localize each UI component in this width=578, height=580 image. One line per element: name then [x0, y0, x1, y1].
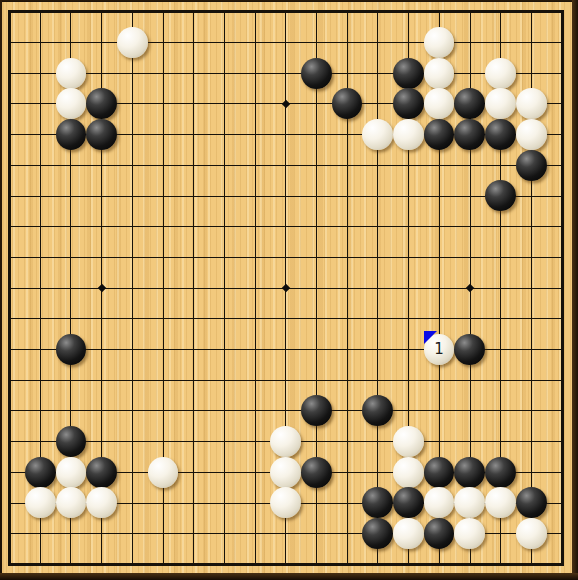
white-stone — [56, 58, 87, 89]
white-stone — [270, 426, 301, 457]
intersection-3-3[interactable] — [86, 89, 117, 120]
white-stone — [516, 119, 547, 150]
intersection-16-16[interactable] — [485, 487, 516, 518]
black-stone — [454, 119, 485, 150]
white-stone — [270, 487, 301, 518]
black-stone — [301, 395, 332, 426]
intersection-14-4[interactable] — [424, 119, 455, 150]
intersection-5-15[interactable] — [148, 457, 179, 488]
intersection-16-4[interactable] — [485, 119, 516, 150]
white-stone — [454, 487, 485, 518]
white-stone — [393, 457, 424, 488]
intersection-3-16[interactable] — [86, 487, 117, 518]
white-stone — [485, 487, 516, 518]
black-stone — [454, 457, 485, 488]
intersection-17-4[interactable] — [516, 119, 547, 150]
black-stone — [25, 457, 56, 488]
black-stone — [86, 88, 117, 119]
white-stone — [485, 88, 516, 119]
intersection-10-13[interactable] — [301, 395, 332, 426]
black-stone — [56, 119, 87, 150]
intersection-2-4[interactable] — [56, 119, 87, 150]
intersection-9-16[interactable] — [270, 487, 301, 518]
white-stone — [454, 518, 485, 549]
intersection-13-16[interactable] — [393, 487, 424, 518]
intersection-14-2[interactable] — [424, 58, 455, 89]
black-stone — [56, 426, 87, 457]
intersection-16-2[interactable] — [485, 58, 516, 89]
intersection-15-11[interactable] — [454, 334, 485, 365]
black-stone — [424, 457, 455, 488]
intersection-11-3[interactable] — [332, 89, 363, 120]
white-stone — [86, 487, 117, 518]
intersection-13-2[interactable] — [393, 58, 424, 89]
white-stone — [393, 119, 424, 150]
white-stone — [56, 487, 87, 518]
intersection-14-17[interactable] — [424, 518, 455, 549]
intersection-2-2[interactable] — [56, 58, 87, 89]
black-stone — [332, 88, 363, 119]
intersection-15-4[interactable] — [454, 119, 485, 150]
white-stone — [424, 487, 455, 518]
black-stone — [393, 487, 424, 518]
black-stone — [485, 180, 516, 211]
intersection-3-4[interactable] — [86, 119, 117, 150]
intersection-2-3[interactable] — [56, 89, 87, 120]
white-stone — [117, 27, 148, 58]
intersection-1-15[interactable] — [25, 457, 56, 488]
intersection-16-6[interactable] — [485, 181, 516, 212]
black-stone — [362, 395, 393, 426]
intersection-16-3[interactable] — [485, 89, 516, 120]
white-stone — [56, 457, 87, 488]
blue-triangle-marker-icon — [424, 331, 437, 344]
intersection-13-4[interactable] — [393, 119, 424, 150]
white-stone — [516, 518, 547, 549]
black-stone — [393, 88, 424, 119]
black-stone — [516, 487, 547, 518]
intersection-9-14[interactable] — [270, 426, 301, 457]
intersection-14-15[interactable] — [424, 457, 455, 488]
intersection-15-3[interactable] — [454, 89, 485, 120]
board-rim — [0, 573, 578, 580]
white-stone — [56, 88, 87, 119]
intersection-12-4[interactable] — [362, 119, 393, 150]
black-stone — [424, 518, 455, 549]
intersection-12-16[interactable] — [362, 487, 393, 518]
intersection-17-3[interactable] — [516, 89, 547, 120]
black-stone — [485, 119, 516, 150]
intersection-10-15[interactable] — [301, 457, 332, 488]
black-stone — [485, 457, 516, 488]
black-stone — [362, 487, 393, 518]
black-stone — [516, 150, 547, 181]
intersection-17-5[interactable] — [516, 150, 547, 181]
intersection-12-13[interactable] — [362, 395, 393, 426]
intersection-14-11[interactable]: 1 — [424, 334, 455, 365]
white-stone — [25, 487, 56, 518]
black-stone — [454, 88, 485, 119]
black-stone — [424, 119, 455, 150]
white-stone — [424, 58, 455, 89]
intersection-10-2[interactable] — [301, 58, 332, 89]
intersection-15-17[interactable] — [454, 518, 485, 549]
white-stone — [424, 27, 455, 58]
black-stone — [362, 518, 393, 549]
intersection-14-1[interactable] — [424, 27, 455, 58]
white-stone — [270, 457, 301, 488]
black-stone — [301, 58, 332, 89]
intersection-13-17[interactable] — [393, 518, 424, 549]
intersection-17-17[interactable] — [516, 518, 547, 549]
intersection-3-15[interactable] — [86, 457, 117, 488]
white-stone — [516, 88, 547, 119]
stones-grid: 1 — [0, 0, 577, 580]
intersection-1-16[interactable] — [25, 487, 56, 518]
black-stone — [393, 58, 424, 89]
white-stone — [393, 518, 424, 549]
intersection-14-16[interactable] — [424, 487, 455, 518]
intersection-13-3[interactable] — [393, 89, 424, 120]
white-stone — [362, 119, 393, 150]
black-stone — [454, 334, 485, 365]
black-stone — [301, 457, 332, 488]
intersection-9-15[interactable] — [270, 457, 301, 488]
black-stone — [86, 457, 117, 488]
intersection-17-16[interactable] — [516, 487, 547, 518]
intersection-2-11[interactable] — [56, 334, 87, 365]
white-stone — [148, 457, 179, 488]
white-stone — [393, 426, 424, 457]
go-game-screenshot: 1 — [0, 0, 578, 580]
intersection-15-16[interactable] — [454, 487, 485, 518]
intersection-15-15[interactable] — [454, 457, 485, 488]
intersection-4-1[interactable] — [117, 27, 148, 58]
board-rim — [0, 0, 578, 2]
black-stone — [56, 334, 87, 365]
intersection-14-3[interactable] — [424, 89, 455, 120]
intersection-2-14[interactable] — [56, 426, 87, 457]
intersection-13-15[interactable] — [393, 457, 424, 488]
white-stone — [485, 58, 516, 89]
intersection-2-15[interactable] — [56, 457, 87, 488]
intersection-12-17[interactable] — [362, 518, 393, 549]
go-board[interactable]: 1 — [0, 0, 578, 580]
intersection-2-16[interactable] — [56, 487, 87, 518]
intersection-13-14[interactable] — [393, 426, 424, 457]
board-rim — [0, 0, 2, 580]
board-rim — [572, 0, 578, 580]
intersection-16-15[interactable] — [485, 457, 516, 488]
white-stone — [424, 88, 455, 119]
black-stone — [86, 119, 117, 150]
